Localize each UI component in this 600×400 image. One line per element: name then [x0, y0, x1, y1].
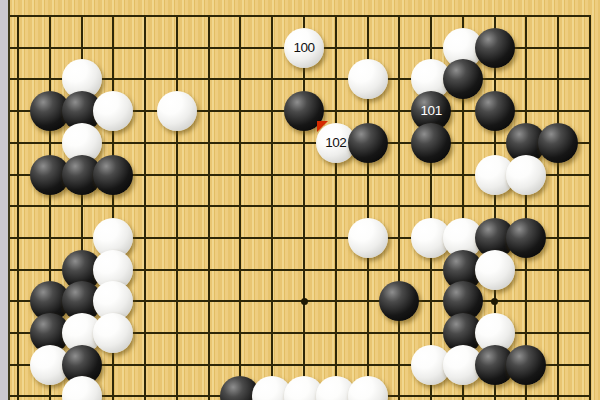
grid-line-vertical — [176, 15, 178, 400]
stone-black-M15 — [348, 123, 388, 163]
stone-black-O15 — [411, 123, 451, 163]
stone-white-F16 — [157, 91, 197, 131]
window-edge-strip — [0, 0, 8, 400]
stone-white-M7 — [348, 376, 388, 400]
stone-black-D14 — [93, 155, 133, 195]
stone-black-Q16 — [475, 91, 515, 131]
grid-line-vertical — [144, 15, 146, 400]
stone-black-R12 — [506, 218, 546, 258]
star-point — [491, 298, 498, 305]
grid-line-vertical — [239, 15, 241, 400]
move-number-label: 100 — [294, 41, 315, 55]
stone-black-P17 — [443, 59, 483, 99]
grid-line-vertical — [335, 15, 337, 400]
board-left-frame — [8, 0, 10, 400]
stone-black-R8 — [506, 345, 546, 385]
stone-white-K18: 100 — [284, 28, 324, 68]
move-number-label: 102 — [325, 136, 346, 150]
grid-line-horizontal — [8, 205, 591, 207]
grid-line-vertical — [398, 15, 400, 400]
grid-line-vertical — [271, 15, 273, 400]
stone-white-R14 — [506, 155, 546, 195]
grid-line-horizontal — [8, 15, 591, 17]
stone-white-C7 — [62, 376, 102, 400]
last-move-marker — [317, 121, 328, 132]
grid-line-vertical — [303, 15, 305, 400]
move-number-label: 101 — [421, 104, 442, 118]
grid-line-vertical — [589, 15, 591, 400]
stone-white-D16 — [93, 91, 133, 131]
grid-line-vertical — [557, 15, 559, 400]
grid-line-vertical — [17, 15, 19, 400]
stone-white-D9 — [93, 313, 133, 353]
stone-white-M17 — [348, 59, 388, 99]
go-app-window: 100101102 — [0, 0, 600, 400]
star-point — [301, 298, 308, 305]
grid-line-vertical — [525, 15, 527, 400]
stone-black-Q18 — [475, 28, 515, 68]
stone-white-Q11 — [475, 250, 515, 290]
stone-black-S15 — [538, 123, 578, 163]
grid-line-vertical — [208, 15, 210, 400]
stone-black-N10 — [379, 281, 419, 321]
stone-white-M12 — [348, 218, 388, 258]
